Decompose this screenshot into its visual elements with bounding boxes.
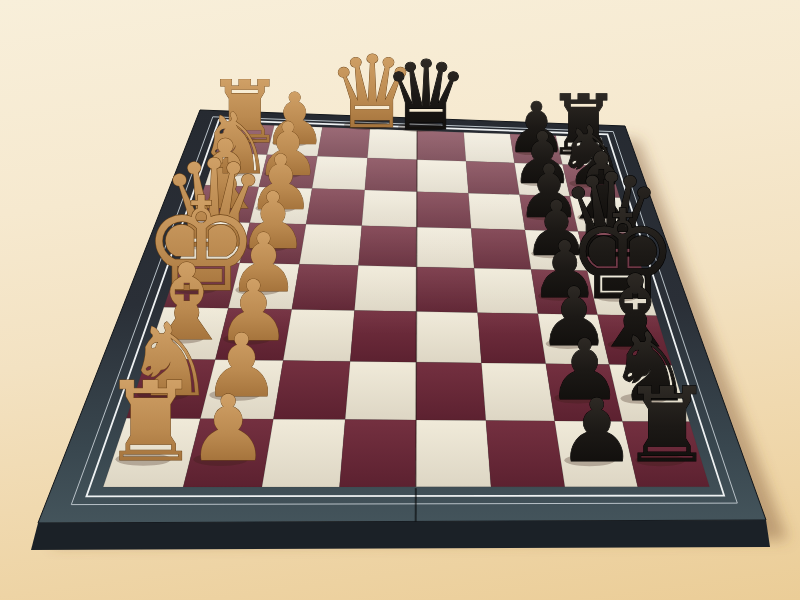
black-rook-h8: ♜	[621, 365, 714, 485]
board-side-edge	[31, 520, 770, 550]
white-pawn-h2: ♟	[187, 376, 268, 481]
spare-black-queen: ♛	[383, 40, 469, 152]
table-backdrop: ♛♛♜♟♟♜♞♟♟♞♝♟♟♝♛♟♟♛♚♟♟♚♝♟♟♝♞♟♟♞♜♟♟♜	[0, 0, 800, 600]
chess-board: ♛♛♜♟♟♜♞♟♟♞♝♟♟♝♛♟♟♛♚♟♟♚♝♟♟♝♞♟♟♞♜♟♟♜	[0, 0, 800, 600]
white-rook-h1: ♜	[102, 358, 200, 486]
